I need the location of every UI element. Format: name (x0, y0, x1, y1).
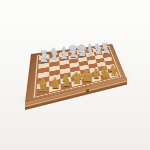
piece-gold-queen: ♛ (71, 72, 83, 86)
piece-gold-rook: ♜ (109, 67, 118, 77)
product-photo: ♜♞♝♛♚♝♞♜♟♟♟♟♟♟♟♟♟♟♟♟♟♟♟♟♜♞♝♛♚♝♞♜ (0, 0, 150, 150)
piece-silver-pawn: ♟ (70, 51, 78, 60)
piece-silver-pawn: ♟ (60, 52, 68, 61)
piece-gold-bishop: ♝ (61, 75, 73, 88)
piece-silver-pawn: ♟ (103, 46, 110, 54)
piece-gold-knight: ♞ (49, 78, 61, 91)
piece-silver-pawn: ♟ (50, 53, 58, 62)
pieces-layer: ♜♞♝♛♚♝♞♜♟♟♟♟♟♟♟♟♟♟♟♟♟♟♟♟♜♞♝♛♚♝♞♜ (0, 0, 150, 150)
piece-silver-pawn: ♟ (40, 54, 48, 63)
piece-silver-pawn: ♟ (87, 48, 94, 56)
piece-silver-pawn: ♟ (95, 47, 102, 55)
piece-silver-pawn: ♟ (78, 49, 85, 57)
piece-gold-rook: ♜ (37, 81, 48, 94)
